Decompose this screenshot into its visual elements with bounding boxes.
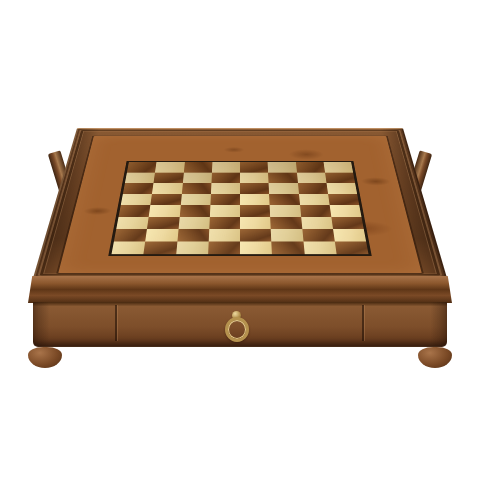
square	[111, 241, 145, 254]
square	[331, 217, 364, 229]
square	[325, 172, 355, 182]
square	[125, 172, 155, 182]
square	[240, 217, 271, 229]
board-top-plane	[33, 128, 447, 278]
square	[180, 194, 210, 205]
square	[333, 229, 366, 242]
square	[326, 183, 357, 194]
square	[154, 172, 184, 182]
square	[176, 241, 209, 254]
drawer-seam-left	[115, 305, 117, 341]
square	[297, 172, 327, 182]
square	[269, 194, 299, 205]
square	[298, 183, 328, 194]
board-fillet	[108, 161, 371, 256]
square	[296, 162, 325, 172]
square	[114, 229, 147, 242]
square	[302, 229, 335, 242]
product-photo	[0, 0, 480, 480]
bun-foot-right	[418, 347, 452, 368]
burl-border	[58, 136, 421, 273]
square	[211, 172, 240, 182]
square	[144, 241, 177, 254]
square	[151, 194, 182, 205]
square	[240, 205, 270, 217]
square	[208, 229, 240, 242]
square	[121, 194, 152, 205]
square	[240, 162, 268, 172]
square	[271, 229, 303, 242]
square	[182, 172, 211, 182]
ring-pull-icon	[225, 317, 249, 342]
square	[147, 217, 179, 229]
square	[208, 241, 240, 254]
square	[212, 162, 240, 172]
square	[211, 183, 240, 194]
chess-board-grid	[111, 162, 368, 254]
square	[183, 162, 212, 172]
square	[240, 229, 272, 242]
square	[145, 229, 178, 242]
square	[303, 241, 336, 254]
square	[328, 194, 359, 205]
square	[272, 241, 305, 254]
square	[268, 172, 297, 182]
bun-foot-left	[28, 347, 62, 368]
square	[119, 205, 151, 217]
square	[152, 183, 182, 194]
square	[323, 162, 353, 172]
cornice-moulding	[28, 276, 452, 303]
square	[177, 229, 209, 242]
square	[240, 194, 270, 205]
square	[240, 241, 272, 254]
square	[210, 194, 240, 205]
square	[127, 162, 157, 172]
square	[179, 205, 210, 217]
square	[209, 217, 240, 229]
square	[178, 217, 209, 229]
drawer-seam-right	[362, 305, 364, 341]
square	[123, 183, 154, 194]
square	[149, 205, 180, 217]
square	[155, 162, 184, 172]
square	[181, 183, 211, 194]
square	[270, 217, 301, 229]
square	[269, 183, 299, 194]
square	[116, 217, 149, 229]
square	[335, 241, 369, 254]
square	[300, 205, 331, 217]
square	[210, 205, 240, 217]
square	[240, 172, 269, 182]
square	[270, 205, 301, 217]
square	[240, 183, 269, 194]
square	[299, 194, 330, 205]
square	[268, 162, 297, 172]
square	[329, 205, 361, 217]
square	[301, 217, 333, 229]
